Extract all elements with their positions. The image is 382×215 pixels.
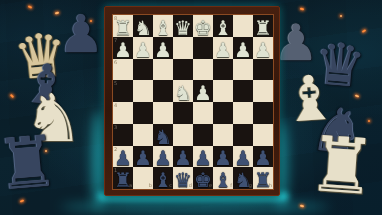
file-label-a: a — [129, 183, 132, 188]
square-h6[interactable] — [253, 59, 273, 81]
piece-bK-e1: ♚ — [193, 169, 213, 191]
square-a2[interactable]: 2♟ — [113, 146, 133, 168]
square-h5[interactable] — [253, 80, 273, 102]
square-e6[interactable] — [193, 59, 213, 81]
square-e1[interactable]: e♚ — [193, 167, 213, 189]
rank-label-8: 8 — [114, 16, 117, 21]
square-c4[interactable] — [153, 102, 173, 124]
square-b5[interactable] — [133, 80, 153, 102]
square-h7[interactable]: ♟ — [253, 37, 273, 59]
square-d4[interactable] — [173, 102, 193, 124]
square-g1[interactable]: g♞ — [233, 167, 253, 189]
square-h2[interactable]: ♟ — [253, 146, 273, 168]
piece-bN-c3: ♞ — [153, 126, 173, 148]
square-b7[interactable]: ♟ — [133, 37, 153, 59]
square-d1[interactable]: d♛ — [173, 167, 193, 189]
square-g3[interactable] — [233, 124, 253, 146]
square-f6[interactable] — [213, 59, 233, 81]
piece-wP-f7: ♟ — [213, 39, 233, 61]
rank-label-5: 5 — [114, 81, 117, 86]
square-h1[interactable]: h♜ — [253, 167, 273, 189]
square-f2[interactable]: ♟ — [213, 146, 233, 168]
square-e3[interactable] — [193, 124, 213, 146]
square-h3[interactable] — [253, 124, 273, 146]
square-e2[interactable]: ♟ — [193, 146, 213, 168]
board-frame: 8♜♞♝♛♚♝♜7♟♟♟♟♟♟65♞♟43♞2♟♟♟♟♟♟♟♟1a♜bc♝d♛e… — [104, 6, 280, 196]
rank-label-6: 6 — [114, 60, 117, 65]
rank-label-2: 2 — [114, 147, 117, 152]
square-d2[interactable]: ♟ — [173, 146, 193, 168]
piece-bP-b2: ♟ — [133, 147, 153, 169]
piece-bR-h1: ♜ — [253, 169, 273, 191]
file-label-f: f — [230, 183, 232, 188]
piece-bP-d2: ♟ — [173, 147, 193, 169]
square-g5[interactable] — [233, 80, 253, 102]
piece-wP-h7: ♟ — [253, 39, 273, 61]
square-a8[interactable]: 8♜ — [113, 15, 133, 37]
square-h4[interactable] — [253, 102, 273, 124]
square-b1[interactable]: b — [133, 167, 153, 189]
file-label-c: c — [169, 183, 172, 188]
file-label-e: e — [209, 183, 212, 188]
piece-wB-c8: ♝ — [153, 17, 173, 39]
square-b4[interactable] — [133, 102, 153, 124]
square-a4[interactable]: 4 — [113, 102, 133, 124]
square-f8[interactable]: ♝ — [213, 15, 233, 37]
square-d6[interactable] — [173, 59, 193, 81]
piece-bP-h2: ♟ — [253, 147, 273, 169]
square-c1[interactable]: c♝ — [153, 167, 173, 189]
square-f3[interactable] — [213, 124, 233, 146]
square-f4[interactable] — [213, 102, 233, 124]
piece-bB-c1: ♝ — [153, 169, 173, 191]
square-g2[interactable]: ♟ — [233, 146, 253, 168]
square-b2[interactable]: ♟ — [133, 146, 153, 168]
square-a6[interactable]: 6 — [113, 59, 133, 81]
square-d7[interactable] — [173, 37, 193, 59]
piece-wK-e8: ♚ — [193, 17, 213, 39]
ember-spark — [90, 20, 92, 22]
rank-label-1: 1 — [114, 168, 117, 173]
square-c6[interactable] — [153, 59, 173, 81]
square-a3[interactable]: 3 — [113, 124, 133, 146]
square-f5[interactable] — [213, 80, 233, 102]
piece-wQ-d8: ♛ — [173, 17, 193, 39]
square-a1[interactable]: 1a♜ — [113, 167, 133, 189]
square-d3[interactable] — [173, 124, 193, 146]
file-label-d: d — [189, 183, 192, 188]
square-c8[interactable]: ♝ — [153, 15, 173, 37]
square-a7[interactable]: 7♟ — [113, 37, 133, 59]
ember-spark — [300, 8, 304, 11]
piece-wP-c7: ♟ — [153, 39, 173, 61]
piece-bQ-d1: ♛ — [173, 169, 193, 191]
square-f7[interactable]: ♟ — [213, 37, 233, 59]
square-b3[interactable] — [133, 124, 153, 146]
square-a5[interactable]: 5 — [113, 80, 133, 102]
piece-bP-a2: ♟ — [113, 147, 133, 169]
square-c7[interactable]: ♟ — [153, 37, 173, 59]
square-d5[interactable]: ♞ — [173, 80, 193, 102]
rank-label-3: 3 — [114, 125, 117, 130]
ember-spark — [45, 150, 47, 152]
square-e7[interactable] — [193, 37, 213, 59]
file-label-h: h — [269, 183, 272, 188]
square-e4[interactable] — [193, 102, 213, 124]
square-g6[interactable] — [233, 59, 253, 81]
chess-board[interactable]: 8♜♞♝♛♚♝♜7♟♟♟♟♟♟65♞♟43♞2♟♟♟♟♟♟♟♟1a♜bc♝d♛e… — [112, 14, 274, 190]
piece-wP-b7: ♟ — [133, 39, 153, 61]
ember-spark — [368, 120, 370, 122]
piece-wB-f8: ♝ — [213, 17, 233, 39]
piece-wN-d5: ♞ — [173, 82, 193, 104]
piece-bP-e2: ♟ — [193, 147, 213, 169]
square-b6[interactable] — [133, 59, 153, 81]
ember-spark — [340, 15, 342, 17]
piece-bB-f1: ♝ — [213, 169, 233, 191]
square-c5[interactable] — [153, 80, 173, 102]
piece-bP-g2: ♟ — [233, 147, 253, 169]
piece-bP-c2: ♟ — [153, 147, 173, 169]
teal-glow-bottom-wide — [60, 200, 330, 214]
piece-wR-a8: ♜ — [113, 17, 133, 39]
square-b8[interactable]: ♞ — [133, 15, 153, 37]
square-g8[interactable] — [233, 15, 253, 37]
square-f1[interactable]: f♝ — [213, 167, 233, 189]
file-label-g: g — [249, 183, 252, 188]
piece-wR-h8: ♜ — [253, 17, 273, 39]
piece-bP-f2: ♟ — [213, 147, 233, 169]
square-c2[interactable]: ♟ — [153, 146, 173, 168]
piece-bN-g1: ♞ — [233, 169, 253, 191]
square-e5[interactable]: ♟ — [193, 80, 213, 102]
rank-label-4: 4 — [114, 103, 117, 108]
piece-wP-a7: ♟ — [113, 39, 133, 61]
square-d8[interactable]: ♛ — [173, 15, 193, 37]
file-label-b: b — [149, 183, 152, 188]
square-h8[interactable]: ♜ — [253, 15, 273, 37]
square-g7[interactable]: ♟ — [233, 37, 253, 59]
piece-wP-g7: ♟ — [233, 39, 253, 61]
square-g4[interactable] — [233, 102, 253, 124]
square-c3[interactable]: ♞ — [153, 124, 173, 146]
piece-wN-b8: ♞ — [133, 17, 153, 39]
rank-label-7: 7 — [114, 38, 117, 43]
piece-bR-a1: ♜ — [113, 169, 133, 191]
piece-wP-e5: ♟ — [193, 82, 213, 104]
square-e8[interactable]: ♚ — [193, 15, 213, 37]
